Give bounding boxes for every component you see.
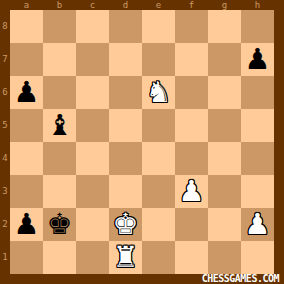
square-e4 <box>142 142 175 175</box>
square-h7: ♟ <box>241 43 274 76</box>
square-d8 <box>109 10 142 43</box>
square-e7 <box>142 43 175 76</box>
file-label-f: f <box>175 0 208 10</box>
square-d6 <box>109 76 142 109</box>
rank-label-4: 4 <box>0 142 10 175</box>
square-h3 <box>241 175 274 208</box>
square-c4 <box>76 142 109 175</box>
square-c6 <box>76 76 109 109</box>
file-labels: abcdefgh <box>10 0 274 10</box>
square-d4 <box>109 142 142 175</box>
square-b4 <box>43 142 76 175</box>
file-label-b: b <box>43 0 76 10</box>
black-king: ♚ <box>47 208 73 241</box>
square-a2: ♟ <box>10 208 43 241</box>
rank-label-6: 6 <box>0 76 10 109</box>
square-e3 <box>142 175 175 208</box>
rank-label-7: 7 <box>0 43 10 76</box>
white-pawn: ♟ <box>245 208 271 241</box>
white-pawn: ♟ <box>179 175 205 208</box>
rank-label-5: 5 <box>0 109 10 142</box>
square-g1 <box>208 241 241 274</box>
square-f6 <box>175 76 208 109</box>
square-d5 <box>109 109 142 142</box>
square-b7 <box>43 43 76 76</box>
square-a7 <box>10 43 43 76</box>
square-g6 <box>208 76 241 109</box>
square-b5: ♝ <box>43 109 76 142</box>
square-c1 <box>76 241 109 274</box>
black-pawn: ♟ <box>14 208 40 241</box>
square-f5 <box>175 109 208 142</box>
black-bishop: ♝ <box>47 109 73 142</box>
square-c3 <box>76 175 109 208</box>
site-watermark: CHESSGAMES.COM <box>202 273 279 284</box>
square-f8 <box>175 10 208 43</box>
white-rook: ♜ <box>113 241 139 274</box>
square-b6 <box>43 76 76 109</box>
file-label-h: h <box>241 0 274 10</box>
square-h6 <box>241 76 274 109</box>
rank-label-8: 8 <box>0 10 10 43</box>
square-e2 <box>142 208 175 241</box>
square-f3: ♟ <box>175 175 208 208</box>
square-a3 <box>10 175 43 208</box>
square-f1 <box>175 241 208 274</box>
square-h1 <box>241 241 274 274</box>
square-a8 <box>10 10 43 43</box>
square-g3 <box>208 175 241 208</box>
square-h4 <box>241 142 274 175</box>
file-label-c: c <box>76 0 109 10</box>
chess-board: ♟♟♞♝♟♟♚♚♟♜ <box>10 10 274 274</box>
square-d1: ♜ <box>109 241 142 274</box>
square-c7 <box>76 43 109 76</box>
square-d2: ♚ <box>109 208 142 241</box>
square-e8 <box>142 10 175 43</box>
square-e5 <box>142 109 175 142</box>
rank-label-2: 2 <box>0 208 10 241</box>
rank-labels: 87654321 <box>0 10 10 274</box>
square-f2 <box>175 208 208 241</box>
white-knight: ♞ <box>146 76 172 109</box>
square-h2: ♟ <box>241 208 274 241</box>
rank-label-1: 1 <box>0 241 10 274</box>
black-pawn: ♟ <box>245 43 271 76</box>
square-g2 <box>208 208 241 241</box>
square-d7 <box>109 43 142 76</box>
square-e6: ♞ <box>142 76 175 109</box>
square-a1 <box>10 241 43 274</box>
square-b3 <box>43 175 76 208</box>
square-b1 <box>43 241 76 274</box>
file-label-g: g <box>208 0 241 10</box>
square-g4 <box>208 142 241 175</box>
square-b2: ♚ <box>43 208 76 241</box>
chess-board-diagram: abcdefgh 87654321 ♟♟♞♝♟♟♚♚♟♜ CHESSGAMES.… <box>0 0 284 284</box>
square-a6: ♟ <box>10 76 43 109</box>
square-d3 <box>109 175 142 208</box>
square-g7 <box>208 43 241 76</box>
file-label-a: a <box>10 0 43 10</box>
square-a5 <box>10 109 43 142</box>
square-g5 <box>208 109 241 142</box>
rank-label-3: 3 <box>0 175 10 208</box>
square-e1 <box>142 241 175 274</box>
square-a4 <box>10 142 43 175</box>
square-h8 <box>241 10 274 43</box>
square-g8 <box>208 10 241 43</box>
square-f7 <box>175 43 208 76</box>
square-c5 <box>76 109 109 142</box>
square-b8 <box>43 10 76 43</box>
file-label-d: d <box>109 0 142 10</box>
black-pawn: ♟ <box>14 76 40 109</box>
square-c2 <box>76 208 109 241</box>
square-h5 <box>241 109 274 142</box>
square-c8 <box>76 10 109 43</box>
square-f4 <box>175 142 208 175</box>
file-label-e: e <box>142 0 175 10</box>
white-king: ♚ <box>113 208 139 241</box>
